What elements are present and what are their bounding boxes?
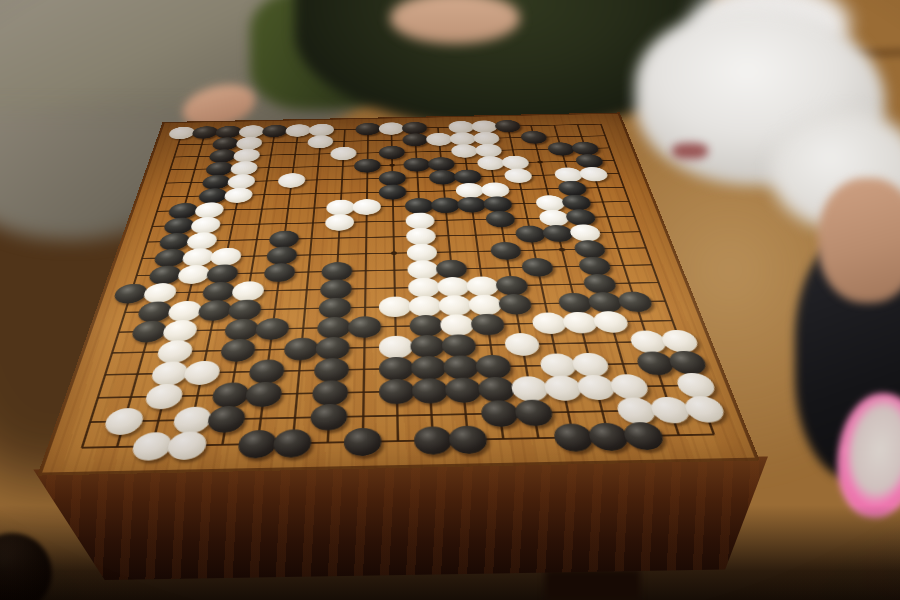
- goban-wood-surface: [37, 112, 759, 475]
- surface-sheen: [37, 112, 759, 475]
- photo-scene: [0, 0, 900, 600]
- goban-top: [37, 112, 759, 475]
- goban: [0, 0, 900, 600]
